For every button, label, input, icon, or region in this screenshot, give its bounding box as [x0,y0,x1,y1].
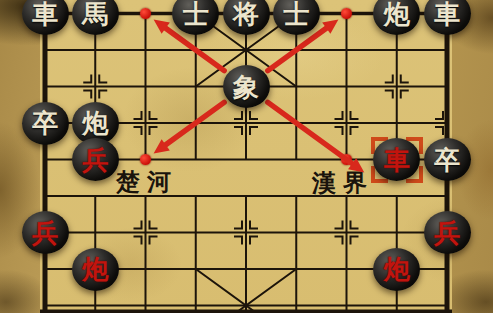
piece-character: 卒 [32,110,58,136]
piece-black-卒[interactable]: 卒 [424,138,471,181]
piece-character: 炮 [384,1,410,27]
piece-red-車[interactable]: 車 [373,138,420,181]
piece-character: 士 [283,1,309,27]
move-arrow [268,102,364,172]
piece-character: 兵 [434,220,460,246]
piece-character: 車 [384,147,410,173]
move-arrow [154,102,225,153]
piece-character: 馬 [82,1,108,27]
piece-character: 兵 [32,220,58,246]
piece-character: 車 [434,1,460,27]
piece-character: 象 [233,74,259,100]
piece-character: 炮 [82,256,108,282]
piece-character: 炮 [82,110,108,136]
piece-black-卒[interactable]: 卒 [22,102,69,145]
piece-character: 車 [32,1,58,27]
piece-character: 将 [233,1,259,27]
piece-character: 兵 [82,147,108,173]
piece-black-象[interactable]: 象 [223,65,270,108]
piece-red-兵[interactable]: 兵 [424,211,471,254]
piece-character: 卒 [434,147,460,173]
xiangqi-game-screenshot: 楚河 漢界 車馬士将士炮車象卒炮兵車卒兵兵炮炮 [0,0,493,313]
piece-red-炮[interactable]: 炮 [373,248,420,291]
piece-character: 士 [183,1,209,27]
piece-red-兵[interactable]: 兵 [72,138,119,181]
piece-character: 炮 [384,256,410,282]
piece-red-兵[interactable]: 兵 [22,211,69,254]
piece-red-炮[interactable]: 炮 [72,248,119,291]
